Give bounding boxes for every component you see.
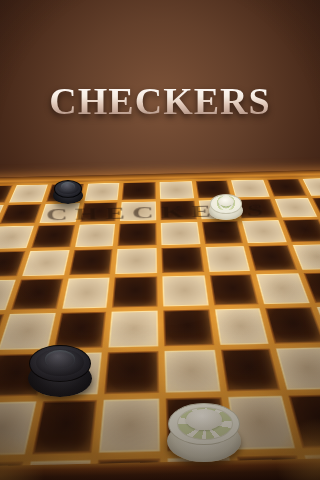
game-title: CHECKERS <box>0 82 320 120</box>
white-man-piece[interactable]: ⛀ <box>167 403 241 462</box>
app-screen: CHECKERS CHECKERS ⛂⛀⛂⛀ <box>0 0 320 480</box>
black-man-piece[interactable]: ⛂ <box>28 345 92 397</box>
white-man-piece[interactable]: ⛀ <box>209 194 243 220</box>
black-man-piece[interactable]: ⛂ <box>53 180 83 204</box>
piece-dome <box>45 350 76 369</box>
piece-dome <box>186 409 222 430</box>
pieces-layer: ⛂⛀⛂⛀ <box>0 0 320 480</box>
piece-dome <box>218 197 234 206</box>
piece-dome <box>61 182 75 191</box>
